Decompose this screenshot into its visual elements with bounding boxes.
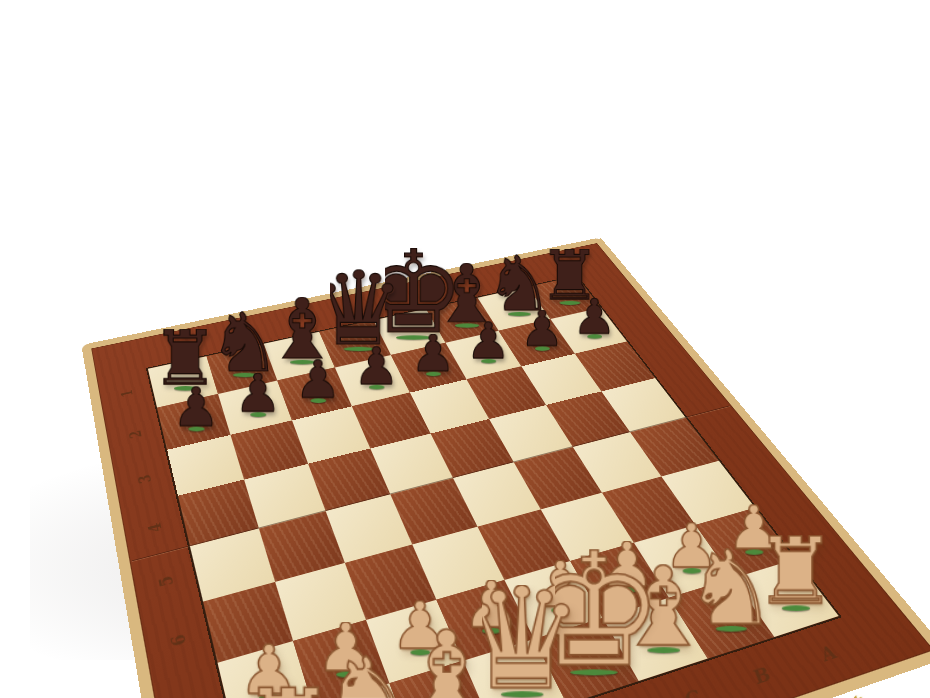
felt-base [715,626,746,632]
piece-glyph: ♟ [573,298,616,336]
piece-dark-pawn: ♟ [403,334,463,376]
piece-dark-pawn: ♟ [287,359,348,402]
file-label-b: B [746,664,774,689]
brass-clasp-icon: ⚜ [842,690,866,698]
felt-base [425,371,440,376]
piece-dark-pawn: ♟ [513,310,571,351]
file-label-a: A [813,642,840,666]
rank-label-4: 4 [144,521,166,535]
piece-glyph: ♟ [520,310,564,348]
rank-label-3: 3 [134,473,155,485]
piece-light-rook: ♜ [246,687,331,698]
piece-dark-pawn: ♟ [165,387,228,432]
piece-glyph: ♟ [295,359,342,400]
rank-label-6: 6 [166,632,190,649]
piece-glyph: ♟ [172,387,220,429]
board-grid: ♜♞♝♛♚♝♞♜♟♟♟♟♟♟♟♟♟♟♟♟♟♟♟♟♜♞♝♛♚♝♞♜ [146,275,842,698]
felt-base [587,334,602,338]
product-photo-scene: ♜♞♝♛♚♝♞♜♟♟♟♟♟♟♟♟♟♟♟♟♟♟♟♟♜♞♝♛♚♝♞♜ 1234567… [0,0,930,698]
piece-light-knight: ♞ [328,655,411,698]
piece-dark-pawn: ♟ [346,346,406,389]
piece-glyph: ♟ [410,334,455,373]
felt-base [369,385,385,390]
piece-dark-pawn: ♟ [459,322,518,364]
piece-dark-pawn: ♟ [227,373,289,417]
rank-label-1: 1 [117,388,136,399]
square-e4 [370,433,453,494]
square-h3 [167,435,244,496]
felt-base [310,398,326,403]
felt-base [481,359,496,363]
piece-glyph: ♟ [234,373,281,414]
felt-base [250,412,266,417]
rank-label-2: 2 [125,429,145,440]
file-label-c: C [678,686,705,698]
piece-glyph: ♜ [241,687,335,698]
piece-glyph: ♟ [353,346,399,386]
square-g2: ♟ [218,381,292,435]
felt-base [188,426,204,431]
piece-glyph: ♟ [466,322,511,361]
felt-base [535,346,550,350]
felt-base [781,605,809,611]
rank-label-5: 5 [154,574,177,589]
piece-dark-pawn: ♟ [566,298,623,338]
